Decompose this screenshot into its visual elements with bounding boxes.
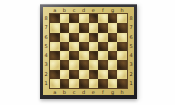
square-e1 — [89, 79, 99, 88]
product-photo: abcdefgh abcdefgh 87654321 87654321 — [0, 0, 175, 105]
square-c3 — [69, 60, 79, 69]
square-h4 — [117, 51, 127, 60]
square-d4 — [79, 51, 89, 60]
square-f1 — [98, 79, 108, 88]
square-g7 — [108, 23, 118, 32]
files-bottom-label-c: c — [69, 89, 79, 95]
square-g1 — [108, 79, 118, 88]
chessboard: abcdefgh abcdefgh 87654321 87654321 — [40, 4, 137, 99]
square-b7 — [60, 23, 70, 32]
square-b1 — [60, 79, 70, 88]
square-d5 — [79, 42, 89, 51]
square-e7 — [89, 23, 99, 32]
square-a2 — [50, 70, 60, 79]
board-margin: abcdefgh abcdefgh 87654321 87654321 — [43, 7, 134, 95]
ranks-right-label-5: 5 — [128, 42, 134, 51]
square-a8 — [50, 14, 60, 23]
files-bottom-label-h: h — [117, 89, 127, 95]
square-f5 — [98, 42, 108, 51]
square-a5 — [50, 42, 60, 51]
square-e3 — [89, 60, 99, 69]
files-bottom-label-a: a — [50, 89, 60, 95]
ranks-right-label-3: 3 — [128, 60, 134, 69]
square-a1 — [50, 79, 60, 88]
ranks-right-label-7: 7 — [128, 23, 134, 32]
square-c4 — [69, 51, 79, 60]
square-e5 — [89, 42, 99, 51]
square-f8 — [98, 14, 108, 23]
square-b4 — [60, 51, 70, 60]
square-b2 — [60, 70, 70, 79]
square-e2 — [89, 70, 99, 79]
square-g3 — [108, 60, 118, 69]
square-c8 — [69, 14, 79, 23]
square-b6 — [60, 33, 70, 42]
square-c5 — [69, 42, 79, 51]
square-c6 — [69, 33, 79, 42]
square-a4 — [50, 51, 60, 60]
files-bottom: abcdefgh — [50, 89, 127, 95]
square-e8 — [89, 14, 99, 23]
square-h5 — [117, 42, 127, 51]
square-a6 — [50, 33, 60, 42]
square-c2 — [69, 70, 79, 79]
ranks-right-label-2: 2 — [128, 70, 134, 79]
square-h1 — [117, 79, 127, 88]
ranks-right-label-6: 6 — [128, 33, 134, 42]
square-h2 — [117, 70, 127, 79]
square-f3 — [98, 60, 108, 69]
square-f7 — [98, 23, 108, 32]
files-bottom-label-f: f — [98, 89, 108, 95]
square-b5 — [60, 42, 70, 51]
square-d2 — [79, 70, 89, 79]
ranks-right-label-8: 8 — [128, 14, 134, 23]
square-g2 — [108, 70, 118, 79]
square-g8 — [108, 14, 118, 23]
board-field — [49, 13, 128, 89]
square-d7 — [79, 23, 89, 32]
ranks-right-label-4: 4 — [128, 51, 134, 60]
square-h7 — [117, 23, 127, 32]
files-bottom-label-b: b — [60, 89, 70, 95]
files-bottom-label-e: e — [89, 89, 99, 95]
ranks-right: 87654321 — [128, 14, 134, 88]
square-g5 — [108, 42, 118, 51]
square-h3 — [117, 60, 127, 69]
square-e4 — [89, 51, 99, 60]
square-d1 — [79, 79, 89, 88]
square-d8 — [79, 14, 89, 23]
square-b3 — [60, 60, 70, 69]
ranks-right-label-1: 1 — [128, 79, 134, 88]
square-a3 — [50, 60, 60, 69]
square-g4 — [108, 51, 118, 60]
square-d6 — [79, 33, 89, 42]
square-c7 — [69, 23, 79, 32]
files-bottom-label-g: g — [108, 89, 118, 95]
square-e6 — [89, 33, 99, 42]
square-f4 — [98, 51, 108, 60]
files-bottom-label-d: d — [79, 89, 89, 95]
square-f2 — [98, 70, 108, 79]
square-g6 — [108, 33, 118, 42]
square-h8 — [117, 14, 127, 23]
square-b8 — [60, 14, 70, 23]
square-h6 — [117, 33, 127, 42]
square-f6 — [98, 33, 108, 42]
square-c1 — [69, 79, 79, 88]
square-a7 — [50, 23, 60, 32]
square-d3 — [79, 60, 89, 69]
